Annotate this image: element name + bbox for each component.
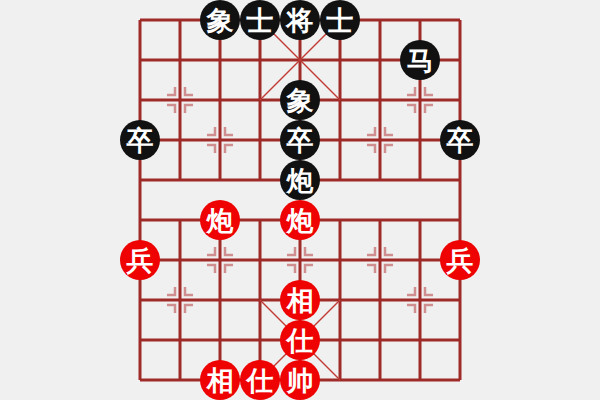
black-advisor[interactable]: 士 — [320, 0, 360, 40]
red-elephant[interactable]: 相 — [200, 360, 240, 400]
black-elephant[interactable]: 象 — [200, 0, 240, 40]
black-cannon[interactable]: 炮 — [280, 160, 320, 200]
black-soldier[interactable]: 卒 — [120, 120, 160, 160]
red-soldier[interactable]: 兵 — [120, 240, 160, 280]
black-advisor[interactable]: 士 — [240, 0, 280, 40]
red-advisor[interactable]: 仕 — [280, 320, 320, 360]
xiangqi-board[interactable]: 象士将士马象卒卒卒炮炮炮兵兵相仕相仕帅 — [0, 0, 600, 400]
black-elephant[interactable]: 象 — [280, 80, 320, 120]
red-soldier[interactable]: 兵 — [440, 240, 480, 280]
black-horse[interactable]: 马 — [400, 40, 440, 80]
red-advisor[interactable]: 仕 — [240, 360, 280, 400]
black-soldier[interactable]: 卒 — [280, 120, 320, 160]
red-cannon[interactable]: 炮 — [200, 200, 240, 240]
red-general[interactable]: 帅 — [280, 360, 320, 400]
red-elephant[interactable]: 相 — [280, 280, 320, 320]
black-soldier[interactable]: 卒 — [440, 120, 480, 160]
black-general[interactable]: 将 — [280, 0, 320, 40]
red-cannon[interactable]: 炮 — [280, 200, 320, 240]
